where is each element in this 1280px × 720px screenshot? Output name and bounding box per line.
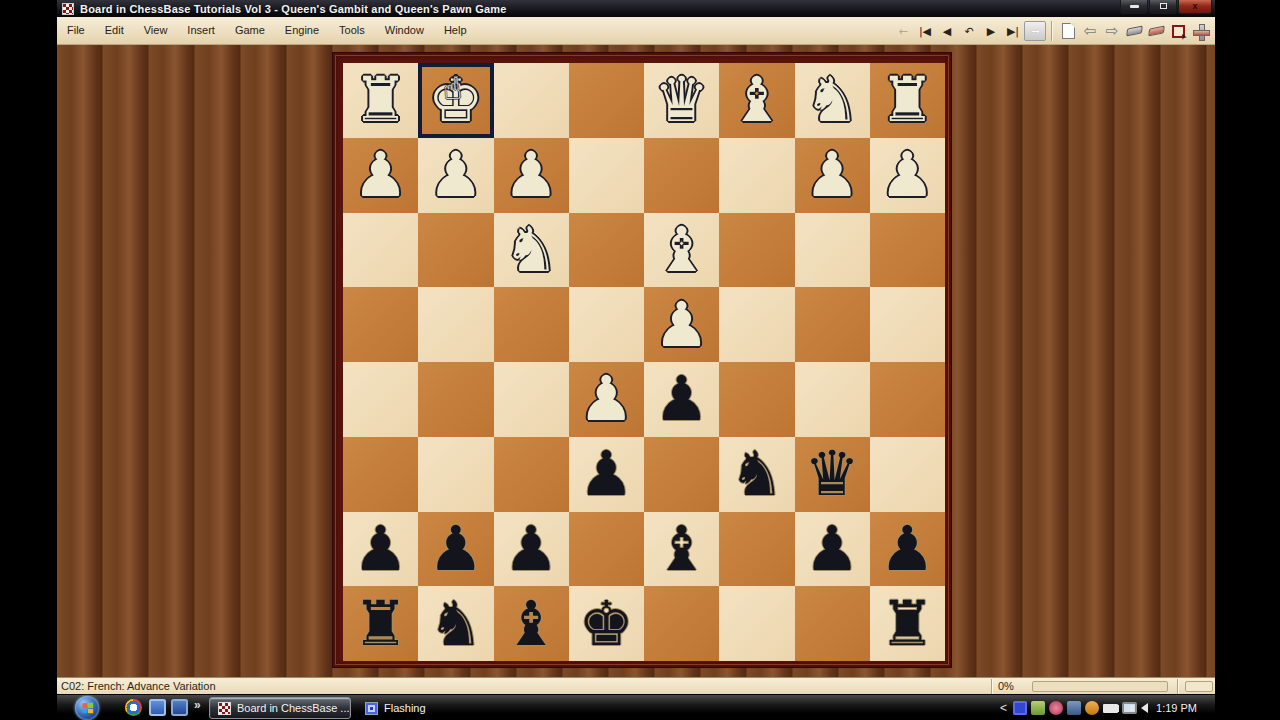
- square-g5[interactable]: [418, 362, 493, 437]
- status-cell: [1185, 681, 1213, 692]
- square-b3[interactable]: [795, 213, 870, 288]
- toolbar-separator: [1051, 21, 1052, 41]
- piece-bP: ♟: [503, 518, 559, 580]
- drag-hand-cursor: ☝: [441, 70, 463, 107]
- square-d1[interactable]: ♛: [644, 63, 719, 138]
- square-b5[interactable]: [795, 362, 870, 437]
- piece-bB: ♝: [503, 593, 559, 655]
- app-background: ♜♚♛♝♞♜♟♟♟♟♟♞♝♟♟♟♟♞♛♟♟♟♝♟♟♜♞♝♚♜ ☝: [57, 45, 1215, 677]
- square-b2[interactable]: ♟: [795, 138, 870, 213]
- square-a6[interactable]: [870, 437, 945, 512]
- piece-wP: ♟: [654, 294, 710, 356]
- close-button[interactable]: x: [1178, 0, 1212, 14]
- piece-wR: ♜: [880, 69, 936, 131]
- square-a1[interactable]: ♜: [870, 63, 945, 138]
- piece-wN: ♞: [503, 219, 559, 281]
- volume-icon[interactable]: [1141, 703, 1148, 713]
- piece-wR: ♜: [353, 69, 409, 131]
- eraser-icon: [1126, 26, 1143, 37]
- square-g6[interactable]: [418, 437, 493, 512]
- square-a2[interactable]: ♟: [870, 138, 945, 213]
- recorded-screen: Board in ChessBase Tutorials Vol 3 - Que…: [57, 0, 1215, 720]
- square-c1[interactable]: ♝: [719, 63, 794, 138]
- goto-end-button[interactable]: ▶|: [1002, 21, 1024, 41]
- square-e2[interactable]: [569, 138, 644, 213]
- square-g8[interactable]: ♞: [418, 586, 493, 661]
- square-e8[interactable]: ♚: [569, 586, 644, 661]
- piece-wP: ♟: [804, 144, 860, 206]
- taskbar-button-chessbase[interactable]: Board in ChessBase ...: [209, 697, 351, 719]
- flashing-app-icon: [365, 702, 378, 715]
- square-e6[interactable]: ♟: [569, 437, 644, 512]
- piece-wB: ♝: [654, 219, 710, 281]
- menu-item-window[interactable]: Window: [375, 17, 434, 44]
- square-c7[interactable]: [719, 512, 794, 587]
- menu-item-help[interactable]: Help: [434, 17, 477, 44]
- history-back-button[interactable]: ←: [892, 21, 914, 41]
- new-game-button[interactable]: [1057, 21, 1079, 41]
- taskbar-button-flashing[interactable]: Flashing: [357, 697, 507, 719]
- square-c3[interactable]: [719, 213, 794, 288]
- square-b4[interactable]: [795, 287, 870, 362]
- minimize-button[interactable]: [1120, 0, 1148, 14]
- square-f7[interactable]: ♟: [494, 512, 569, 587]
- maximize-button[interactable]: [1149, 0, 1177, 14]
- square-f8[interactable]: ♝: [494, 586, 569, 661]
- square-b1[interactable]: ♞: [795, 63, 870, 138]
- square-a3[interactable]: [870, 213, 945, 288]
- square-e3[interactable]: [569, 213, 644, 288]
- square-d5[interactable]: ♟: [644, 362, 719, 437]
- progress-track: [1032, 681, 1168, 692]
- square-f5[interactable]: [494, 362, 569, 437]
- menu-item-view[interactable]: View: [134, 17, 178, 44]
- tray-expand-chevron[interactable]: <: [1000, 701, 1007, 715]
- piece-bP: ♟: [353, 518, 409, 580]
- chess-board: ♜♚♛♝♞♜♟♟♟♟♟♞♝♟♟♟♟♞♛♟♟♟♝♟♟♜♞♝♚♜: [343, 63, 945, 661]
- square-c8[interactable]: [719, 586, 794, 661]
- menu-item-game[interactable]: Game: [225, 17, 275, 44]
- taskbar-clock: 1:19 PM: [1156, 702, 1197, 714]
- square-c6[interactable]: ♞: [719, 437, 794, 512]
- piece-bN: ♞: [729, 443, 785, 505]
- piece-bP: ♟: [428, 518, 484, 580]
- goto-start-button[interactable]: |◀: [914, 21, 936, 41]
- piece-wP: ♟: [503, 144, 559, 206]
- piece-wP: ♟: [353, 144, 409, 206]
- status-bar: C02: French: Advance Variation 0%: [57, 677, 1215, 694]
- square-b7[interactable]: ♟: [795, 512, 870, 587]
- menu-bar: FileEditViewInsertGameEngineToolsWindowH…: [57, 17, 1215, 45]
- battery-icon[interactable]: [1103, 704, 1118, 713]
- red-frame-cursor-icon: [1172, 25, 1185, 38]
- square-d7[interactable]: ♝: [644, 512, 719, 587]
- quicklaunch-icon-1[interactable]: [149, 699, 166, 716]
- system-tray: < 1:19 PM: [1000, 695, 1197, 720]
- menu-item-insert[interactable]: Insert: [177, 17, 225, 44]
- tray-icon-2[interactable]: [1031, 701, 1045, 715]
- previous-game-button[interactable]: ⇦: [1079, 21, 1101, 41]
- next-game-button[interactable]: ⇨: [1101, 21, 1123, 41]
- square-a7[interactable]: ♟: [870, 512, 945, 587]
- square-a5[interactable]: [870, 362, 945, 437]
- chessbase-app-icon: [62, 3, 74, 15]
- menu-item-file[interactable]: File: [57, 17, 95, 44]
- engine-progress-label: 0%: [998, 679, 1014, 694]
- piece-bB: ♝: [654, 518, 710, 580]
- tray-icon-1[interactable]: [1013, 701, 1027, 715]
- piece-bR: ♜: [880, 593, 936, 655]
- square-f1[interactable]: [494, 63, 569, 138]
- step-forward-button[interactable]: ▶: [980, 21, 1002, 41]
- step-back-button[interactable]: ◀: [936, 21, 958, 41]
- piece-wN: ♞: [804, 69, 860, 131]
- new-document-icon: [1062, 23, 1075, 39]
- square-g7[interactable]: ♟: [418, 512, 493, 587]
- commentary-palette-button[interactable]: [1189, 21, 1211, 41]
- takeback-button[interactable]: ↶: [958, 21, 980, 41]
- square-c2[interactable]: [719, 138, 794, 213]
- quicklaunch-overflow-chevron[interactable]: »: [194, 698, 201, 712]
- square-b6[interactable]: ♛: [795, 437, 870, 512]
- red-eraser-icon: [1148, 26, 1165, 37]
- square-h2[interactable]: ♟: [343, 138, 418, 213]
- square-f3[interactable]: ♞: [494, 213, 569, 288]
- square-e1[interactable]: [569, 63, 644, 138]
- square-e5[interactable]: ♟: [569, 362, 644, 437]
- plus-cross-icon: [1193, 24, 1208, 39]
- piece-wP: ♟: [428, 144, 484, 206]
- start-button[interactable]: [75, 696, 99, 720]
- tray-icon-4[interactable]: [1067, 701, 1081, 715]
- square-h4[interactable]: [343, 287, 418, 362]
- opening-classification: C02: French: Advance Variation: [61, 679, 216, 694]
- chessboard-icon: [218, 702, 231, 715]
- piece-bN: ♞: [428, 593, 484, 655]
- menu-item-tools[interactable]: Tools: [329, 17, 375, 44]
- chess-board-frame: ♜♚♛♝♞♜♟♟♟♟♟♞♝♟♟♟♟♞♛♟♟♟♝♟♟♜♞♝♚♜ ☝: [333, 53, 951, 667]
- piece-wP: ♟: [579, 368, 635, 430]
- square-h3[interactable]: [343, 213, 418, 288]
- piece-bQ: ♛: [804, 443, 860, 505]
- square-a8[interactable]: ♜: [870, 586, 945, 661]
- square-b8[interactable]: [795, 586, 870, 661]
- eraser-red-button[interactable]: [1145, 21, 1167, 41]
- piece-bP: ♟: [880, 518, 936, 580]
- tray-icon-5[interactable]: [1085, 701, 1099, 715]
- square-d2[interactable]: [644, 138, 719, 213]
- square-e4[interactable]: [569, 287, 644, 362]
- taskbar: » Board in ChessBase ... Flashing < 1:19…: [57, 694, 1215, 720]
- piece-bP: ♟: [654, 368, 710, 430]
- square-g3[interactable]: [418, 213, 493, 288]
- piece-bP: ♟: [579, 443, 635, 505]
- piece-wB: ♝: [729, 69, 785, 131]
- square-h5[interactable]: [343, 362, 418, 437]
- square-d3[interactable]: ♝: [644, 213, 719, 288]
- chrome-quicklaunch-icon[interactable]: [125, 699, 142, 716]
- square-c4[interactable]: [719, 287, 794, 362]
- square-f4[interactable]: [494, 287, 569, 362]
- menu-item-edit[interactable]: Edit: [95, 17, 134, 44]
- square-c5[interactable]: [719, 362, 794, 437]
- tray-icon-3[interactable]: [1049, 701, 1063, 715]
- square-a4[interactable]: [870, 287, 945, 362]
- menu-item-engine[interactable]: Engine: [275, 17, 329, 44]
- square-g4[interactable]: [418, 287, 493, 362]
- windows-logo-icon: [82, 703, 93, 713]
- quicklaunch-icon-2[interactable]: [171, 699, 188, 716]
- square-h8[interactable]: ♜: [343, 586, 418, 661]
- square-g2[interactable]: ♟: [418, 138, 493, 213]
- square-h1[interactable]: ♜: [343, 63, 418, 138]
- square-e7[interactable]: [569, 512, 644, 587]
- piece-wP: ♟: [880, 144, 936, 206]
- history-forward-button[interactable]: →: [1024, 21, 1046, 41]
- title-bar: Board in ChessBase Tutorials Vol 3 - Que…: [57, 0, 1215, 17]
- select-mode-button[interactable]: [1167, 21, 1189, 41]
- square-f6[interactable]: [494, 437, 569, 512]
- window-title: Board in ChessBase Tutorials Vol 3 - Que…: [80, 3, 507, 15]
- piece-bR: ♜: [353, 593, 409, 655]
- square-d6[interactable]: [644, 437, 719, 512]
- square-h6[interactable]: [343, 437, 418, 512]
- piece-bK: ♚: [579, 593, 635, 655]
- square-d8[interactable]: [644, 586, 719, 661]
- square-h7[interactable]: ♟: [343, 512, 418, 587]
- piece-bP: ♟: [804, 518, 860, 580]
- square-f2[interactable]: ♟: [494, 138, 569, 213]
- eraser-grey-button[interactable]: [1123, 21, 1145, 41]
- square-d4[interactable]: ♟: [644, 287, 719, 362]
- piece-wQ: ♛: [654, 69, 710, 131]
